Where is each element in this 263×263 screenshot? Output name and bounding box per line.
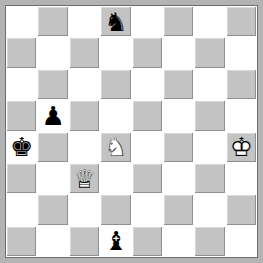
square-f1[interactable] — [164, 227, 193, 256]
square-f8[interactable] — [164, 7, 193, 36]
square-c3[interactable]: ♛♕ — [70, 164, 99, 193]
square-c2[interactable] — [70, 195, 99, 224]
square-d4[interactable]: ♞♘ — [101, 133, 130, 162]
square-a3[interactable] — [7, 164, 36, 193]
square-f4[interactable] — [164, 133, 193, 162]
square-g2[interactable] — [195, 195, 224, 224]
square-f3[interactable] — [164, 164, 193, 193]
white-piece-outline: ♔ — [230, 133, 253, 162]
square-a1[interactable] — [7, 227, 36, 256]
square-a6[interactable] — [7, 70, 36, 99]
square-b3[interactable] — [38, 164, 67, 193]
square-a4[interactable]: ♚ — [7, 133, 36, 162]
chess-diagram: ♞♟♚♞♘♚♔♛♕♝ — [0, 0, 263, 263]
square-c4[interactable] — [70, 133, 99, 162]
square-f7[interactable] — [164, 38, 193, 67]
square-e7[interactable] — [133, 38, 162, 67]
square-d1[interactable]: ♝ — [101, 227, 130, 256]
square-e3[interactable] — [133, 164, 162, 193]
square-f2[interactable] — [164, 195, 193, 224]
square-g4[interactable] — [195, 133, 224, 162]
square-d7[interactable] — [101, 38, 130, 67]
square-h3[interactable] — [227, 164, 256, 193]
square-h2[interactable] — [227, 195, 256, 224]
square-c1[interactable] — [70, 227, 99, 256]
square-h8[interactable] — [227, 7, 256, 36]
square-e2[interactable] — [133, 195, 162, 224]
square-c7[interactable] — [70, 38, 99, 67]
square-f6[interactable] — [164, 70, 193, 99]
square-g1[interactable] — [195, 227, 224, 256]
square-b8[interactable] — [38, 7, 67, 36]
square-b5[interactable]: ♟ — [38, 101, 67, 130]
square-a7[interactable] — [7, 38, 36, 67]
square-c8[interactable] — [70, 7, 99, 36]
square-d2[interactable] — [101, 195, 130, 224]
square-g7[interactable] — [195, 38, 224, 67]
black-king: ♚ — [10, 134, 33, 160]
white-king: ♚♔ — [230, 134, 253, 160]
square-g5[interactable] — [195, 101, 224, 130]
square-a8[interactable] — [7, 7, 36, 36]
square-h6[interactable] — [227, 70, 256, 99]
square-h7[interactable] — [227, 38, 256, 67]
square-e1[interactable] — [133, 227, 162, 256]
square-f5[interactable] — [164, 101, 193, 130]
square-g6[interactable] — [195, 70, 224, 99]
square-b7[interactable] — [38, 38, 67, 67]
square-a5[interactable] — [7, 101, 36, 130]
chess-board: ♞♟♚♞♘♚♔♛♕♝ — [5, 5, 258, 258]
square-g3[interactable] — [195, 164, 224, 193]
black-knight: ♞ — [104, 9, 127, 35]
square-g8[interactable] — [195, 7, 224, 36]
square-c5[interactable] — [70, 101, 99, 130]
square-b4[interactable] — [38, 133, 67, 162]
square-e8[interactable] — [133, 7, 162, 36]
square-a2[interactable] — [7, 195, 36, 224]
square-h1[interactable] — [227, 227, 256, 256]
square-d3[interactable] — [101, 164, 130, 193]
square-c6[interactable] — [70, 70, 99, 99]
white-queen: ♛♕ — [73, 166, 96, 192]
white-piece-outline: ♘ — [104, 133, 127, 162]
square-h4[interactable]: ♚♔ — [227, 133, 256, 162]
square-d5[interactable] — [101, 101, 130, 130]
square-d6[interactable] — [101, 70, 130, 99]
square-d8[interactable]: ♞ — [101, 7, 130, 36]
square-e4[interactable] — [133, 133, 162, 162]
square-b2[interactable] — [38, 195, 67, 224]
black-pawn: ♟ — [41, 103, 64, 129]
square-b1[interactable] — [38, 227, 67, 256]
black-bishop: ♝ — [104, 228, 127, 254]
square-h5[interactable] — [227, 101, 256, 130]
white-knight: ♞♘ — [104, 134, 127, 160]
square-b6[interactable] — [38, 70, 67, 99]
square-e5[interactable] — [133, 101, 162, 130]
white-piece-outline: ♕ — [73, 164, 96, 193]
square-e6[interactable] — [133, 70, 162, 99]
